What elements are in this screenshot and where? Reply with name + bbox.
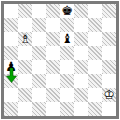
square-c1[interactable]: [32, 102, 46, 116]
square-d7[interactable]: [46, 18, 60, 32]
black-king[interactable]: ♚: [60, 4, 74, 18]
board-frame: ♚♝♗♝♟♚♔: [1, 1, 119, 119]
square-d6[interactable]: [46, 32, 60, 46]
square-d2[interactable]: [46, 88, 60, 102]
square-c6[interactable]: [32, 32, 46, 46]
square-f5[interactable]: [74, 46, 88, 60]
square-c8[interactable]: [32, 4, 46, 18]
square-d1[interactable]: [46, 102, 60, 116]
square-b5[interactable]: [18, 46, 32, 60]
square-e8[interactable]: ♚: [60, 4, 74, 18]
square-h8[interactable]: [102, 4, 116, 18]
square-g5[interactable]: [88, 46, 102, 60]
square-a7[interactable]: [4, 18, 18, 32]
square-g6[interactable]: [88, 32, 102, 46]
square-b4[interactable]: [18, 60, 32, 74]
white-king[interactable]: ♔: [102, 88, 116, 102]
square-a2[interactable]: [4, 88, 18, 102]
square-a1[interactable]: [4, 102, 18, 116]
move-arrow-icon: [6, 68, 17, 83]
square-b2[interactable]: [18, 88, 32, 102]
square-f2[interactable]: [74, 88, 88, 102]
square-f6[interactable]: [74, 32, 88, 46]
square-e5[interactable]: [60, 46, 74, 60]
chess-board: ♚♝♗♝♟♚♔: [4, 4, 116, 116]
square-b1[interactable]: [18, 102, 32, 116]
square-c2[interactable]: [32, 88, 46, 102]
square-h7[interactable]: [102, 18, 116, 32]
square-h4[interactable]: [102, 60, 116, 74]
square-a8[interactable]: [4, 4, 18, 18]
white-bishop[interactable]: ♗: [18, 32, 32, 46]
square-g8[interactable]: [88, 4, 102, 18]
square-c3[interactable]: [32, 74, 46, 88]
square-f4[interactable]: [74, 60, 88, 74]
square-h3[interactable]: [102, 74, 116, 88]
square-e4[interactable]: [60, 60, 74, 74]
square-d4[interactable]: [46, 60, 60, 74]
square-e2[interactable]: [60, 88, 74, 102]
square-h2[interactable]: ♚♔: [102, 88, 116, 102]
square-b3[interactable]: [18, 74, 32, 88]
square-e1[interactable]: [60, 102, 74, 116]
square-f1[interactable]: [74, 102, 88, 116]
square-c7[interactable]: [32, 18, 46, 32]
square-e6[interactable]: ♝: [60, 32, 74, 46]
square-h5[interactable]: [102, 46, 116, 60]
square-c4[interactable]: [32, 60, 46, 74]
square-b7[interactable]: [18, 18, 32, 32]
chess-diagram: ♚♝♗♝♟♚♔: [0, 0, 120, 120]
move-arrow-shape: [7, 68, 17, 83]
square-g2[interactable]: [88, 88, 102, 102]
square-h1[interactable]: [102, 102, 116, 116]
square-f8[interactable]: [74, 4, 88, 18]
square-h6[interactable]: [102, 32, 116, 46]
square-b8[interactable]: [18, 4, 32, 18]
square-g4[interactable]: [88, 60, 102, 74]
square-e3[interactable]: [60, 74, 74, 88]
square-d3[interactable]: [46, 74, 60, 88]
black-bishop[interactable]: ♝: [60, 32, 74, 46]
square-g3[interactable]: [88, 74, 102, 88]
square-a6[interactable]: [4, 32, 18, 46]
square-f7[interactable]: [74, 18, 88, 32]
square-g7[interactable]: [88, 18, 102, 32]
square-a5[interactable]: [4, 46, 18, 60]
square-f3[interactable]: [74, 74, 88, 88]
square-d5[interactable]: [46, 46, 60, 60]
square-g1[interactable]: [88, 102, 102, 116]
square-c5[interactable]: [32, 46, 46, 60]
square-d8[interactable]: [46, 4, 60, 18]
square-e7[interactable]: [60, 18, 74, 32]
square-b6[interactable]: ♝♗: [18, 32, 32, 46]
